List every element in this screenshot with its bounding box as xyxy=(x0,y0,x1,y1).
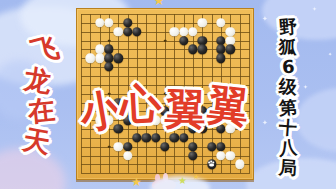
black-stone xyxy=(123,27,132,36)
black-stone xyxy=(132,27,141,36)
white-stone xyxy=(216,151,225,160)
white-stone xyxy=(123,151,132,160)
black-stone xyxy=(151,133,160,142)
white-stone xyxy=(114,27,123,36)
black-stone xyxy=(207,142,216,151)
black-stone xyxy=(104,62,113,71)
sparkle-icon: ✦ xyxy=(328,52,332,57)
black-stone xyxy=(160,142,169,151)
star-point xyxy=(164,39,167,42)
text-char: 局 xyxy=(278,157,297,178)
white-stone xyxy=(216,18,225,27)
black-stone xyxy=(198,45,207,54)
black-stone xyxy=(207,160,216,169)
white-stone xyxy=(226,151,235,160)
text-char: 小 xyxy=(76,81,126,142)
white-stone xyxy=(104,18,113,27)
text-char: 龙 xyxy=(22,64,53,98)
text-char: 级 xyxy=(278,77,297,98)
star-point xyxy=(108,39,111,42)
white-stone xyxy=(188,27,197,36)
text-char: 天 xyxy=(21,124,53,158)
star-icon: ★ xyxy=(153,0,165,7)
text-char: 第 xyxy=(278,97,297,118)
text-char: 心 xyxy=(119,76,163,133)
cloud-mid-right xyxy=(296,88,336,152)
star-point xyxy=(108,145,111,148)
video-thumbnail: ★ ✦ ✦ ✦ ✦ ✦ ★ ★ ★ 小心翼翼 飞龙在天 野狐6级第十八局 xyxy=(0,0,336,189)
star-icon: ★ xyxy=(178,176,187,186)
white-stone xyxy=(114,142,123,151)
cloud-top-right xyxy=(262,0,336,40)
white-stone xyxy=(170,27,179,36)
sparkle-icon: ✦ xyxy=(262,16,268,23)
black-stone xyxy=(226,45,235,54)
black-stone xyxy=(179,36,188,45)
black-stone xyxy=(188,151,197,160)
white-stone xyxy=(95,18,104,27)
black-stone xyxy=(142,133,151,142)
title-text: 小心翼翼 xyxy=(64,78,264,133)
sparkle-icon: ✦ xyxy=(303,84,308,90)
star-icon: ★ xyxy=(131,176,142,188)
black-stone xyxy=(114,54,123,63)
text-char: 翼 xyxy=(164,81,207,137)
right-vertical-text: 野狐6级第十八局 xyxy=(279,17,297,178)
grid-line xyxy=(81,164,250,165)
white-stone xyxy=(86,54,95,63)
text-char: 在 xyxy=(26,95,56,128)
left-vertical-text: 飞龙在天 xyxy=(26,36,53,157)
text-char: 狐 xyxy=(278,37,297,58)
text-char: 八 xyxy=(278,137,297,158)
sparkle-icon: ✦ xyxy=(312,6,317,12)
white-stone xyxy=(235,160,244,169)
white-stone xyxy=(95,54,104,63)
black-stone xyxy=(216,54,225,63)
text-char: 翼 xyxy=(205,77,252,136)
paw-print-last-move-icon xyxy=(209,163,213,167)
black-stone xyxy=(188,45,197,54)
black-stone xyxy=(132,133,141,142)
text-char: 十 xyxy=(278,117,297,138)
star-icon: ★ xyxy=(193,174,199,181)
white-stone xyxy=(198,18,207,27)
